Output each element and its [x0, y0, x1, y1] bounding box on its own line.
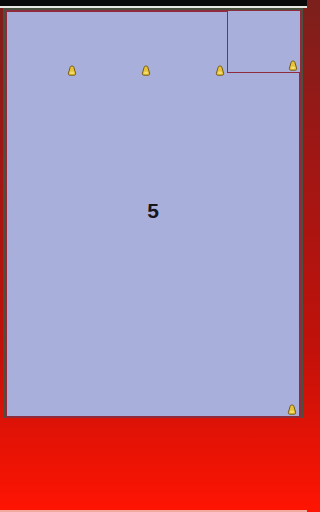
tile-number: 5 [147, 199, 159, 223]
gold-token-icon [67, 65, 77, 76]
gold-token-icon [215, 65, 225, 76]
cell-r6c4[interactable] [227, 10, 301, 78]
cell-r6c1 [5, 10, 79, 78]
gold-token-icon [288, 60, 298, 71]
cell-r6c3 [153, 10, 227, 78]
cell-r6c2 [79, 10, 153, 78]
blank-tile[interactable] [227, 10, 301, 73]
game-board: 11112222333344445555 [3, 8, 303, 418]
gold-token-icon [287, 404, 297, 415]
gold-token-icon [141, 65, 151, 76]
